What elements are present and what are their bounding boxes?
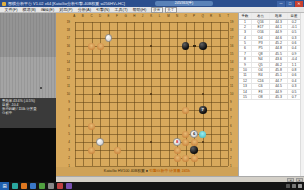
col-label-T: T [227,14,229,18]
move-cell: 43.6 [270,57,288,61]
comment-area [0,128,56,182]
grid-hline-9 [75,102,229,103]
col-label-N: N [176,14,178,18]
move-cell: 44.9 [270,30,288,34]
start-button[interactable]: ⊞ [0,182,9,190]
graph-cursor [40,87,42,89]
engine-status-text: 引擎分析中 计算量 245k [149,169,190,173]
row-label-left-11: 11 [60,84,70,88]
tray-icon-3[interactable] [298,184,302,188]
tray-icon-1[interactable] [286,184,290,188]
grid-hline-3 [75,150,229,151]
star-point-Q10 [202,93,204,95]
black-stone-Q8: 7 [199,106,207,114]
grid-vline-M [169,22,170,166]
col-label-J: J [142,14,144,18]
row-label-left-10: 10 [60,92,70,96]
move-cell: O4 [252,68,270,72]
move-cell: 5 [239,41,252,45]
move-cell: D4 [252,36,270,40]
move-table: 手数着点胜率目差1Q1644.30.22E1744.1-0.13O1644.90… [239,13,301,100]
taskbar-app-7[interactable] [66,183,72,189]
candidate-move-O5[interactable] [182,131,189,138]
candidate-move-C16[interactable] [88,43,95,50]
move-row-15[interactable]: 15O845.30.7 [239,95,301,100]
system-tray [286,184,302,188]
grid-vline-T [228,22,229,166]
black-stone-P3 [190,146,198,154]
grid-vline-L [160,22,161,166]
col-label-G: G [125,14,127,18]
move-cell: O16 [252,30,270,34]
candidate-move-D16[interactable] [97,43,104,50]
col-label-L: L [159,14,161,18]
minimize-button[interactable]: ─ [277,1,285,7]
move-cell: P5 [252,46,270,50]
menu-item-3[interactable]: 编辑(E) [38,7,56,13]
move-cell: 45.5 [270,52,288,56]
white-stone-E17 [105,34,113,42]
col-label-F: F [116,14,118,18]
taskbar-app-2[interactable] [21,183,27,189]
taskbar: ⊞ [0,182,304,190]
engine-label-bar: KataGo HV100 40B权重 ● 引擎分析中 计算量 245k [56,167,238,176]
move-cell: O8 [252,95,270,99]
move-cell: E17 [252,25,270,29]
row-label-right-16: 16 [230,44,233,48]
app-window: 围棋分析平台 V1.02 x64 [KataGo分析引擎-40B权重 w256H… [0,0,304,190]
white-stone-P5: 6 [190,130,198,138]
move-cell: 4 [239,36,252,40]
candidate-move-O8[interactable] [182,107,189,114]
row-label-right-11: 11 [230,84,233,88]
move-cell: P3 [252,41,270,45]
move-cell: C16 [252,79,270,83]
col-label-A: A [73,14,75,18]
analysis-panel: 黑胜率 43.6% (-0.5%) 目差: -10.4 形势判断 / 110k … [0,13,56,182]
move-cell: Q5 [252,63,270,67]
move-cell: Q16 [252,20,270,24]
row-label-right-6: 6 [230,124,232,128]
move-cell: 12 [239,79,252,83]
taskbar-app-3[interactable] [30,183,36,189]
black-stone-Q16 [199,42,207,50]
row-label-right-5: 5 [230,132,232,136]
move-cell: 2 [239,25,252,29]
col-label-C: C [90,14,92,18]
close-button[interactable]: ✕ [295,1,303,7]
candidate-move-P4[interactable] [191,139,198,146]
move-cell: 44.3 [270,20,288,24]
next-player-indicator: ● [146,169,148,173]
move-cell: N4 [252,57,270,61]
move-cell: 45.2 [270,41,288,45]
white-stone-N4: 8 [173,138,181,146]
engine-name: KataGo HV100 40B权重 [104,169,145,173]
row-label-right-9: 9 [230,100,232,104]
move-cell: 44.8 [270,46,288,50]
candidate-move-F3[interactable] [114,147,121,154]
white-stone-D4 [96,138,104,146]
header-cell-2: 胜率 [270,13,288,19]
vertical-scrollbar[interactable] [300,13,304,176]
move-cell: 44.5 [270,84,288,88]
menu-item-6[interactable]: 引擎(N) [93,7,112,13]
window-title: 围棋分析平台 V1.02 x64 [KataGo分析引擎-40B权重 w256H… [8,1,125,6]
header-cell-1: 着点 [252,13,270,19]
board-panel[interactable]: ABCDEFGHJKLMNOPQRST191918181717161615151… [56,13,238,176]
grid-hline-6 [75,126,229,127]
row-label-right-12: 12 [230,76,233,80]
move-cell: R4 [252,73,270,77]
row-label-left-4: 4 [60,140,70,144]
row-label-right-7: 7 [230,116,232,120]
move-cell: 44.9 [270,90,288,94]
col-label-K: K [150,14,152,18]
tray-icon-2[interactable] [292,184,296,188]
row-label-left-6: 6 [60,124,70,128]
candidate-move-C3[interactable] [88,147,95,154]
row-label-right-13: 13 [230,68,233,72]
status-text: 分析中 [2,111,54,115]
row-label-left-15: 15 [60,52,70,56]
row-label-left-12: 12 [60,76,70,80]
last-move-number: 8 [176,140,178,144]
move-cell: 44.1 [270,25,288,29]
move-cell: C6 [252,84,270,88]
best-candidate-move-Q5[interactable] [199,131,206,138]
col-label-O: O [184,14,186,18]
winrate-graph-area [0,13,56,57]
taskbar-app-5[interactable] [48,183,54,189]
move-cell: F3 [252,90,270,94]
col-label-B: B [82,14,84,18]
star-point-Q4 [202,141,204,143]
move-list-panel: 手数着点胜率目差1Q1644.30.22E1744.1-0.13O1644.90… [238,13,304,176]
grid-hline-7 [75,118,229,119]
candidate-move-P2[interactable] [191,155,198,162]
row-label-right-10: 10 [230,92,233,96]
col-label-H: H [133,14,135,18]
row-label-left-14: 14 [60,60,70,64]
candidate-move-O4[interactable] [182,139,189,146]
menu-item-5[interactable]: 分析(A) [75,7,93,13]
grid-vline-S [220,22,221,166]
move-cell: Q8 [252,52,270,56]
black-stone-O16 [182,42,190,50]
move-cell: 45.1 [270,73,288,77]
row-label-right-2: 2 [230,156,232,160]
branch-marker-P16 [193,45,196,47]
window-controls: ─ □ ✕ [277,1,303,7]
move-counter-pill: 245/363(手) [155,1,213,6]
col-label-M: M [167,14,170,18]
menu-item-2[interactable]: 棋谱(B) [20,7,38,13]
row-label-left-19: 19 [60,20,70,24]
candidate-move-C6[interactable] [88,123,95,130]
move-cell: 14 [239,90,252,94]
row-label-right-4: 4 [230,140,232,144]
move-cell: 15 [239,95,252,99]
move-cell: 13 [239,84,252,88]
taskbar-app-1[interactable] [12,183,18,189]
star-point-D10 [99,93,101,95]
row-label-left-2: 2 [60,156,70,160]
move-cell: 6 [239,46,252,50]
col-label-D: D [99,14,101,18]
col-label-R: R [210,14,212,18]
row-label-right-14: 14 [230,60,233,64]
row-label-right-18: 18 [230,28,233,32]
engine-info-box: 黑胜率 43.6% (-0.5%) 目差: -10.4 形势判断 / 110k … [0,98,56,128]
move-cell: 3 [239,30,252,34]
move-cell: 45.8 [270,68,288,72]
menu-item-7[interactable]: 工具(T) [112,7,130,13]
taskbar-app-4[interactable] [39,183,45,189]
move-cell: 8 [239,57,252,61]
row-label-left-5: 5 [60,132,70,136]
move-cell: 1 [239,20,252,24]
row-label-left-8: 8 [60,108,70,112]
menu-item-4[interactable]: 对局(P) [57,7,75,13]
app-icon [2,2,6,6]
maximize-button[interactable]: □ [286,1,294,7]
menu-item-1[interactable]: 文件(F) [2,7,20,13]
row-label-right-3: 3 [230,148,232,152]
col-label-P: P [193,14,195,18]
row-label-right-19: 19 [230,20,233,24]
move-cell: 46.2 [270,63,288,67]
move-number: 6 [193,132,195,136]
move-cell: 44.6 [270,36,288,40]
menu-button-1[interactable]: 设置 [151,7,163,13]
move-cell: 45.3 [270,95,288,99]
row-label-left-9: 9 [60,100,70,104]
move-cell: 44.7 [270,79,288,83]
row-label-left-13: 13 [60,68,70,72]
row-label-right-17: 17 [230,36,233,40]
row-label-left-7: 7 [60,116,70,120]
candidate-move-O2[interactable] [182,155,189,162]
move-cell: 7 [239,52,252,56]
candidate-move-N2[interactable] [174,155,181,162]
candidate-move-N3[interactable] [174,147,181,154]
move-cell: 10 [239,68,252,72]
grid-vline-R [211,22,212,166]
col-label-S: S [219,14,221,18]
move-cell: 11 [239,73,252,77]
move-number: 7 [202,108,204,112]
row-label-left-17: 17 [60,36,70,40]
row-label-left-16: 16 [60,44,70,48]
row-label-right-15: 15 [230,52,233,56]
menu-button-2[interactable]: 关于 [165,7,177,13]
move-cell: 9 [239,63,252,67]
col-label-Q: Q [202,14,204,18]
menu-item-8[interactable]: 帮助(H) [130,7,149,13]
row-label-left-18: 18 [60,28,70,32]
taskbar-app-6[interactable] [57,183,63,189]
row-label-left-3: 3 [60,148,70,152]
grid-hline-2 [75,158,229,159]
header-cell-0: 手数 [239,13,252,19]
row-label-right-8: 8 [230,108,232,112]
col-label-E: E [108,14,110,18]
score-graph-area [0,57,56,98]
